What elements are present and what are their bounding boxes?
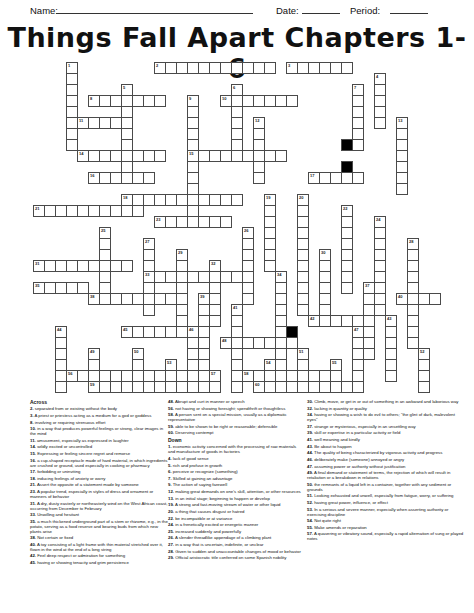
clue: 34. having or showing a wish to do evil … (307, 413, 465, 423)
grid-cell[interactable] (143, 304, 155, 316)
blocked-cell (286, 326, 298, 338)
clue-number: 30 (321, 250, 325, 255)
grid-cell[interactable]: 60 (253, 381, 265, 393)
clue-number: 4 (376, 74, 378, 79)
clue-number: 44 (57, 327, 61, 332)
clue: 3. A priest or priestess acting as a med… (30, 414, 170, 419)
across-section-label: Across (30, 400, 170, 406)
clue-number: 45 (123, 327, 127, 332)
clue-number: 53 (167, 360, 171, 365)
clue-number: 39 (200, 294, 204, 299)
clue-number: 60 (255, 382, 259, 387)
clue: 16. a cup-shaped receptacle made of hard… (30, 459, 170, 469)
clue-number: 52 (420, 349, 424, 354)
clue: 13. in an initial stage; beginning to ha… (168, 497, 304, 502)
clue: 50. the remnants of a liquid left in a c… (307, 483, 465, 493)
grid-cell[interactable] (55, 381, 67, 393)
clue: 20. a thing that causes disgust or hatre… (168, 510, 304, 515)
grid-cell[interactable] (121, 260, 133, 272)
clue: 2. separated from or existing without th… (30, 407, 170, 412)
period-label: Period: (350, 5, 380, 16)
grid-cell[interactable] (132, 293, 144, 305)
clue: 47. assuming power or authority without … (307, 465, 465, 470)
blocked-cell (341, 139, 353, 151)
clue: 59. able to be shown to be right or reas… (168, 425, 304, 430)
clue-number: 1 (68, 63, 70, 68)
clue: 30. Climb, move, or get in or out of som… (307, 400, 465, 405)
grid-cell[interactable] (154, 95, 166, 107)
clue-number: 5 (123, 85, 125, 90)
grid-cell[interactable] (352, 139, 364, 151)
grid-cell[interactable] (209, 381, 221, 393)
grid-cell[interactable] (110, 117, 122, 129)
clue-number: 19 (266, 195, 270, 200)
clue: 53. In a serious and severe manner, espe… (307, 508, 465, 518)
grid-cell[interactable]: 48 (220, 337, 232, 349)
clue: 26. A slender threadlike appendage of a … (168, 536, 304, 541)
grid-cell[interactable] (385, 370, 397, 382)
clue: 6. perceive or recognize (something) (168, 470, 304, 475)
grid-cell[interactable] (341, 381, 353, 393)
grid-cell[interactable] (165, 271, 177, 283)
grid-cell[interactable] (286, 95, 298, 107)
clue-number: 2 (156, 63, 158, 68)
clue-number: 9 (189, 96, 191, 101)
clue-column-2: 48. Abrupt and curt in manner or speech5… (168, 400, 304, 563)
clue-number: 57 (211, 371, 215, 376)
clue-number: 27 (145, 239, 149, 244)
grid-cell[interactable] (275, 150, 287, 162)
grid-cell[interactable] (231, 271, 243, 283)
clue-number: 23 (156, 217, 160, 222)
clue: 31. A dry, dusty easterly or northeaster… (30, 502, 170, 512)
clue: 19. A strong and fast-moving stream of w… (168, 503, 304, 508)
date-label: Date: (276, 5, 299, 16)
clue-number: 16 (90, 173, 94, 178)
grid-cell[interactable] (110, 172, 122, 184)
clue: 22. be incompatible or at variance (168, 517, 304, 522)
grid-cell[interactable] (209, 315, 221, 327)
clue-number: 59 (90, 382, 94, 387)
grid-cell[interactable] (132, 205, 144, 217)
clue: 48. Abrupt and curt in manner or speech (168, 400, 304, 405)
clue: 54. Not quite right (307, 519, 465, 524)
clue-number: 12 (255, 118, 259, 123)
clue-number: 54 (266, 360, 270, 365)
clue-number: 43 (387, 316, 391, 321)
clue: 4. lack of good sense (168, 457, 304, 462)
clue: 5. rich and profuse in growth (168, 464, 304, 469)
grid-cell[interactable] (110, 150, 122, 162)
clue-column-1: Across 2. separated from or existing wit… (30, 400, 170, 568)
blocked-cell (341, 161, 353, 173)
clue: 12. making great demands on one's skill,… (168, 490, 304, 495)
clue-number: 48 (222, 338, 226, 343)
grid-cell[interactable] (253, 172, 265, 184)
clue-number: 7 (354, 85, 356, 90)
period-line[interactable] (390, 3, 428, 14)
grid-cell[interactable] (396, 183, 408, 195)
clue: 43. Be about to happen (307, 445, 465, 450)
clue-number: 22 (343, 206, 347, 211)
clue: 14. wildly excited or uncontrolled (30, 445, 170, 450)
grid-cell[interactable] (154, 150, 166, 162)
grid-cell[interactable] (264, 337, 276, 349)
clue-number: 37 (365, 283, 369, 288)
clue-number: 26 (244, 228, 248, 233)
grid-cell[interactable] (352, 381, 364, 393)
clue-number: 55 (332, 360, 336, 365)
clue: 55. Make amends or reparation (307, 526, 465, 531)
clue: 25. increased suddenly and powerfully (168, 530, 304, 535)
grid-cell[interactable] (352, 172, 364, 184)
grid-cell[interactable] (242, 293, 254, 305)
clue-number: 47 (354, 327, 358, 332)
clue-number: 6 (233, 85, 235, 90)
grid-cell[interactable] (198, 271, 210, 283)
clue: 21. Assert the opposite of a statement m… (30, 483, 170, 488)
clue-number: 3 (288, 63, 290, 68)
clue: 29. Official aristocratic title conferre… (168, 556, 304, 561)
grid-cell[interactable] (319, 381, 331, 393)
grid-cell[interactable] (341, 282, 353, 294)
clue-number: 38 (90, 294, 94, 299)
grid-cell[interactable] (242, 150, 254, 162)
grid-cell[interactable]: 40 (396, 293, 408, 305)
clue: 7. Skilled at gaining an advantage (168, 477, 304, 482)
clue: 60. Deserving contempt (168, 431, 304, 436)
grid-cell[interactable] (77, 370, 89, 382)
clue: 24. in a frenetically excited or energet… (168, 523, 304, 528)
clue-number: 31 (35, 261, 39, 266)
grid-cell[interactable] (198, 381, 210, 393)
clue-number: 11 (79, 118, 83, 123)
clue-number: 41 (233, 305, 237, 310)
grid-cell[interactable] (418, 381, 430, 393)
clue: 41. well meaning and kindly (307, 438, 465, 443)
grid-cell[interactable] (264, 62, 276, 74)
clue-number: 50 (134, 349, 138, 354)
clue: 28. Given to sudden and unaccountable ch… (168, 550, 304, 555)
clue-number: 58 (244, 371, 248, 376)
grid-cell[interactable] (154, 381, 166, 393)
clue: 57. A quavering or vibratory sound, espe… (307, 532, 465, 542)
clue: 51. Looking exhausted and unwell, especi… (307, 494, 465, 499)
grid-cell[interactable] (110, 95, 122, 107)
clue-number: 25 (101, 228, 105, 233)
grid-cell[interactable] (231, 194, 243, 206)
grid-cell[interactable] (143, 172, 155, 184)
clue-number: 40 (398, 294, 402, 299)
clue-number: 15 (189, 151, 193, 156)
clue-column-3: 30. Climb, move, or get in or out of som… (307, 400, 465, 544)
clue-number: 20 (299, 195, 303, 200)
clue: 40. A toy consisting of a light frame wi… (30, 543, 170, 553)
clue: 35. a much thickened underground part of… (30, 520, 170, 535)
date-line[interactable] (302, 3, 340, 14)
clue: 32. lacking in quantity or quality (307, 407, 465, 412)
grid-cell[interactable] (121, 381, 133, 393)
clue-number: 24 (376, 217, 380, 222)
grid-cell[interactable] (176, 381, 188, 393)
clue: 58. A person sent on a special mission, … (168, 413, 304, 423)
clue-number: 8 (90, 96, 92, 101)
grid-cell[interactable] (374, 117, 386, 129)
down-section-label: Down (168, 438, 304, 444)
clue-number: 29 (178, 250, 182, 255)
clue-number: 51 (299, 349, 303, 354)
grid-cell[interactable]: 10 (220, 95, 232, 107)
name-label: Name: (30, 5, 58, 16)
grid-cell[interactable] (231, 381, 243, 393)
clue: 46. deliberately make (someone) annoyed … (307, 458, 465, 463)
clue-number: 56 (68, 371, 72, 376)
clue: 37. strange or mysterious, especially in… (307, 425, 465, 430)
crossword-grid: 1234567891510111213141617181920212223242… (33, 62, 442, 394)
clue-number: 32 (211, 261, 215, 266)
clue: 38. Not certain or fixed (30, 536, 170, 541)
grid-cell[interactable] (429, 293, 441, 305)
grid-cell[interactable] (363, 348, 375, 360)
grid-cell[interactable] (176, 194, 188, 206)
clue-number: 42 (310, 316, 314, 321)
clue-number: 18 (123, 195, 127, 200)
clue-number: 10 (222, 96, 226, 101)
clue: 23. A popular trend, especially in style… (30, 490, 170, 500)
clue: 1. economic activity concerned with the … (168, 445, 304, 455)
clue-number: 49 (90, 349, 94, 354)
clue: 18. inducing feelings of anxiety or worr… (30, 477, 170, 482)
clue-number: 34 (277, 272, 281, 277)
clue: 44. The quality of being characterized b… (307, 451, 465, 456)
grid-cell[interactable] (165, 293, 177, 305)
grid-cell[interactable]: 42 (308, 315, 320, 327)
clue-number: 13 (398, 118, 402, 123)
clue-number: 14 (79, 151, 83, 156)
clue: 9. The action of saying farewell (168, 483, 304, 488)
clue: 52. having great power, influence, or ef… (307, 501, 465, 506)
clue: 49. A final demand or statement of terms… (307, 471, 465, 481)
clue-number: 33 (145, 272, 149, 277)
clue-number: 17 (310, 173, 314, 178)
clue: 33. Unwilling and hesitant (30, 513, 170, 518)
clue: 17. forbidding or uninviting (30, 470, 170, 475)
clue: 8. involving or requiring strenuous effo… (30, 421, 170, 426)
clue-number: 46 (189, 327, 193, 332)
grid-cell[interactable] (286, 381, 298, 393)
clue: 10. in a way that produces powerful feel… (30, 427, 170, 437)
clue: 56. not having or showing foresight; spe… (168, 407, 304, 412)
grid-cell[interactable] (220, 150, 232, 162)
name-line[interactable] (56, 3, 253, 14)
grid-cell[interactable] (220, 216, 232, 228)
clue: 11. amusement, especially as expressed i… (30, 439, 170, 444)
clue-number: 21 (35, 206, 39, 211)
grid-cell[interactable] (341, 62, 353, 74)
clue: 45. having or showing tenacity and grim … (30, 561, 170, 566)
clue: 39. skill or expertise in a particular a… (307, 431, 465, 436)
clue-number: 28 (409, 239, 413, 244)
grid-cell[interactable] (88, 260, 100, 272)
clue-number: 35 (35, 283, 39, 288)
clue: 27. in a way that is uncertain, indefini… (168, 543, 304, 548)
clue: 42. Feel deep respect or admiration for … (30, 554, 170, 559)
clue: 15. Expressing or feeling sincere regret… (30, 452, 170, 457)
